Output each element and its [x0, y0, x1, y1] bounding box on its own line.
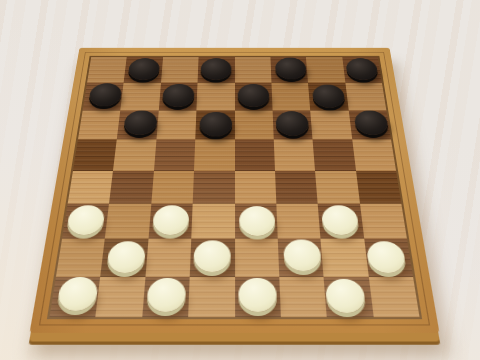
square-a1[interactable]: ⛀	[49, 277, 100, 318]
light-piece[interactable]: ⛀	[283, 239, 322, 271]
square-d8[interactable]: ⛂	[198, 57, 235, 83]
square-h4[interactable]	[356, 171, 402, 204]
square-a4[interactable]	[68, 171, 114, 204]
dark-piece[interactable]: ⛂	[237, 84, 269, 107]
square-d3[interactable]	[191, 204, 234, 239]
dark-piece[interactable]: ⛂	[88, 83, 123, 106]
square-d1[interactable]	[188, 277, 234, 318]
square-e8[interactable]	[235, 57, 272, 83]
light-piece[interactable]: ⛀	[325, 279, 367, 313]
board-grid: ⛂⛂⛂⛂⛂⛂⛂⛂⛂⛂⛂⛂⛀⛀⛀⛀⛀⛀⛀⛀⛀⛀⛀⛀	[47, 56, 422, 319]
square-g2[interactable]	[321, 239, 369, 277]
square-c2[interactable]	[145, 239, 191, 277]
light-piece[interactable]: ⛀	[152, 205, 189, 235]
light-piece[interactable]: ⛀	[238, 278, 277, 312]
square-e3[interactable]: ⛀	[235, 204, 278, 239]
square-b8[interactable]: ⛂	[124, 57, 163, 83]
light-piece[interactable]: ⛀	[365, 241, 406, 273]
square-f1[interactable]	[279, 277, 327, 318]
square-f2[interactable]: ⛀	[278, 239, 324, 277]
square-b4[interactable]	[109, 171, 153, 204]
light-piece[interactable]: ⛀	[56, 277, 99, 311]
checkers-board: ⛂⛂⛂⛂⛂⛂⛂⛂⛂⛂⛂⛂⛀⛀⛀⛀⛀⛀⛀⛀⛀⛀⛀⛀	[30, 48, 440, 333]
square-b1[interactable]	[96, 277, 146, 318]
square-b5[interactable]	[113, 139, 156, 170]
light-piece[interactable]: ⛀	[321, 205, 360, 235]
square-c6[interactable]	[156, 110, 196, 139]
square-g5[interactable]	[313, 139, 356, 170]
square-b7[interactable]	[121, 83, 161, 110]
square-d7[interactable]	[197, 83, 235, 110]
dark-piece[interactable]: ⛂	[127, 58, 160, 80]
dark-piece[interactable]: ⛂	[276, 112, 310, 136]
square-g8[interactable]	[306, 57, 345, 83]
square-e2[interactable]	[235, 239, 280, 277]
light-piece[interactable]: ⛀	[66, 205, 106, 235]
square-a2[interactable]	[56, 239, 105, 277]
square-c3[interactable]: ⛀	[148, 204, 193, 239]
square-f7[interactable]	[271, 83, 310, 110]
square-a8[interactable]	[87, 57, 127, 83]
square-f6[interactable]: ⛂	[272, 110, 312, 139]
square-c4[interactable]	[151, 171, 194, 204]
square-c8[interactable]	[161, 57, 199, 83]
square-g1[interactable]: ⛀	[324, 277, 374, 318]
light-piece[interactable]: ⛀	[106, 241, 146, 273]
square-d4[interactable]	[193, 171, 235, 204]
light-piece[interactable]: ⛀	[239, 206, 275, 236]
square-g4[interactable]	[315, 171, 359, 204]
square-f5[interactable]	[274, 139, 316, 170]
dark-piece[interactable]: ⛂	[275, 57, 307, 79]
dark-piece[interactable]: ⛂	[162, 84, 195, 107]
dark-piece[interactable]: ⛂	[201, 58, 232, 80]
square-h7[interactable]	[345, 83, 386, 110]
square-a5[interactable]	[73, 139, 117, 170]
dark-piece[interactable]: ⛂	[200, 112, 233, 137]
square-f3[interactable]	[276, 204, 321, 239]
square-d6[interactable]: ⛂	[195, 110, 234, 139]
dark-piece[interactable]: ⛂	[353, 111, 389, 135]
dark-piece[interactable]: ⛂	[345, 58, 379, 80]
square-e6[interactable]	[235, 110, 274, 139]
square-e7[interactable]: ⛂	[235, 83, 273, 110]
square-b3[interactable]	[105, 204, 151, 239]
square-f4[interactable]	[275, 171, 318, 204]
square-d2[interactable]: ⛀	[190, 239, 235, 277]
square-a7[interactable]: ⛂	[83, 83, 124, 110]
square-h1[interactable]	[368, 277, 419, 318]
table-surface: ⛂⛂⛂⛂⛂⛂⛂⛂⛂⛂⛂⛂⛀⛀⛀⛀⛀⛀⛀⛀⛀⛀⛀⛀	[0, 0, 480, 360]
light-piece[interactable]: ⛀	[146, 278, 186, 312]
square-e1[interactable]: ⛀	[235, 277, 281, 318]
light-piece[interactable]: ⛀	[194, 240, 232, 272]
square-f8[interactable]: ⛂	[270, 57, 308, 83]
square-h8[interactable]: ⛂	[342, 57, 382, 83]
square-e4[interactable]	[235, 171, 277, 204]
square-h2[interactable]: ⛀	[364, 239, 413, 277]
square-h6[interactable]: ⛂	[348, 110, 391, 139]
square-a3[interactable]: ⛀	[62, 204, 109, 239]
square-g6[interactable]	[310, 110, 351, 139]
square-h3[interactable]	[360, 204, 407, 239]
square-c1[interactable]: ⛀	[142, 277, 190, 318]
dark-piece[interactable]: ⛂	[123, 111, 158, 135]
dark-piece[interactable]: ⛂	[312, 85, 346, 108]
square-c7[interactable]: ⛂	[159, 83, 198, 110]
square-e5[interactable]	[235, 139, 275, 170]
square-a6[interactable]	[78, 110, 121, 139]
square-g3[interactable]: ⛀	[318, 204, 364, 239]
square-b2[interactable]: ⛀	[101, 239, 149, 277]
square-g7[interactable]: ⛂	[308, 83, 348, 110]
square-b6[interactable]: ⛂	[117, 110, 158, 139]
square-d5[interactable]	[194, 139, 234, 170]
square-h5[interactable]	[352, 139, 396, 170]
square-c5[interactable]	[154, 139, 196, 170]
